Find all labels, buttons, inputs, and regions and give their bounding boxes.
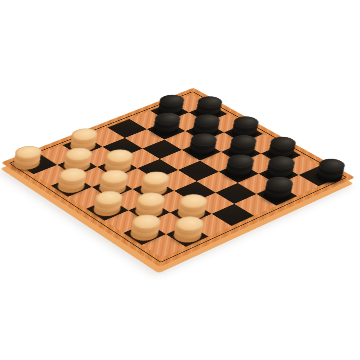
black-piece[interactable]: [259, 186, 296, 205]
square-r3c4[interactable]: [182, 141, 222, 161]
light-piece[interactable]: [9, 155, 45, 173]
square-r4c5[interactable]: [178, 161, 218, 181]
product-photo: [0, 0, 360, 360]
checkers-board: [1, 88, 355, 267]
board-scene: [1, 88, 355, 267]
black-piece[interactable]: [148, 122, 183, 139]
black-piece[interactable]: [220, 164, 256, 182]
board-grid: [17, 94, 340, 257]
square-r8c5[interactable]: [86, 199, 128, 221]
black-piece[interactable]: [311, 167, 347, 185]
